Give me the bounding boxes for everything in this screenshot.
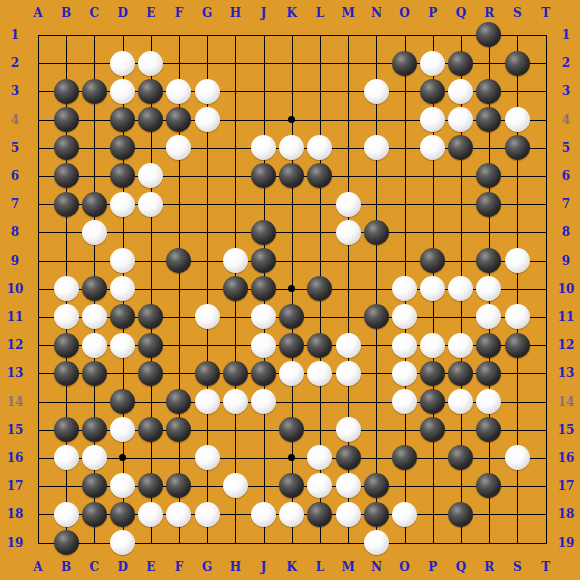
intersection-D14[interactable] [108,387,136,415]
intersection-S9[interactable] [503,246,531,274]
intersection-E1[interactable] [137,21,165,49]
intersection-J8[interactable] [249,218,277,246]
intersection-C19[interactable] [80,528,108,556]
intersection-N9[interactable] [362,246,390,274]
intersection-E15[interactable] [137,416,165,444]
intersection-F17[interactable] [165,472,193,500]
intersection-C16[interactable] [80,444,108,472]
intersection-D13[interactable] [108,359,136,387]
intersection-D12[interactable] [108,331,136,359]
intersection-K7[interactable] [278,190,306,218]
intersection-B10[interactable] [52,275,80,303]
intersection-M14[interactable] [334,387,362,415]
intersection-H8[interactable] [221,218,249,246]
intersection-A18[interactable] [24,500,52,528]
intersection-A6[interactable] [24,162,52,190]
intersection-T15[interactable] [531,416,559,444]
intersection-M1[interactable] [334,21,362,49]
intersection-M15[interactable] [334,416,362,444]
intersection-D6[interactable] [108,162,136,190]
intersection-K8[interactable] [278,218,306,246]
intersection-D17[interactable] [108,472,136,500]
intersection-T16[interactable] [531,444,559,472]
intersection-E14[interactable] [137,387,165,415]
intersection-J5[interactable] [249,134,277,162]
intersection-P10[interactable] [419,275,447,303]
intersection-M7[interactable] [334,190,362,218]
intersection-S15[interactable] [503,416,531,444]
intersection-M11[interactable] [334,303,362,331]
intersection-R7[interactable] [475,190,503,218]
intersection-J15[interactable] [249,416,277,444]
intersection-D11[interactable] [108,303,136,331]
intersection-S14[interactable] [503,387,531,415]
intersection-A13[interactable] [24,359,52,387]
intersection-C5[interactable] [80,134,108,162]
intersection-L16[interactable] [306,444,334,472]
intersection-A9[interactable] [24,246,52,274]
intersection-O14[interactable] [390,387,418,415]
intersection-F7[interactable] [165,190,193,218]
intersection-C11[interactable] [80,303,108,331]
intersection-A11[interactable] [24,303,52,331]
intersection-L14[interactable] [306,387,334,415]
intersection-E19[interactable] [137,528,165,556]
intersection-G18[interactable] [193,500,221,528]
intersection-J3[interactable] [249,77,277,105]
intersection-O8[interactable] [390,218,418,246]
intersection-E11[interactable] [137,303,165,331]
intersection-H18[interactable] [221,500,249,528]
intersection-P6[interactable] [419,162,447,190]
intersection-E5[interactable] [137,134,165,162]
intersection-H11[interactable] [221,303,249,331]
intersection-R15[interactable] [475,416,503,444]
intersection-N3[interactable] [362,77,390,105]
intersection-O16[interactable] [390,444,418,472]
intersection-E7[interactable] [137,190,165,218]
intersection-M12[interactable] [334,331,362,359]
intersection-H7[interactable] [221,190,249,218]
intersection-H17[interactable] [221,472,249,500]
intersection-T6[interactable] [531,162,559,190]
intersection-M5[interactable] [334,134,362,162]
intersection-G1[interactable] [193,21,221,49]
intersection-S11[interactable] [503,303,531,331]
intersection-C17[interactable] [80,472,108,500]
intersection-L3[interactable] [306,77,334,105]
intersection-H19[interactable] [221,528,249,556]
intersection-A17[interactable] [24,472,52,500]
intersection-F6[interactable] [165,162,193,190]
intersection-Q4[interactable] [447,105,475,133]
intersection-E9[interactable] [137,246,165,274]
intersection-H1[interactable] [221,21,249,49]
intersection-L6[interactable] [306,162,334,190]
intersection-P2[interactable] [419,49,447,77]
intersection-N2[interactable] [362,49,390,77]
intersection-O12[interactable] [390,331,418,359]
intersection-Q2[interactable] [447,49,475,77]
intersection-F19[interactable] [165,528,193,556]
intersection-B3[interactable] [52,77,80,105]
intersection-C14[interactable] [80,387,108,415]
intersection-G9[interactable] [193,246,221,274]
intersection-G16[interactable] [193,444,221,472]
intersection-S13[interactable] [503,359,531,387]
intersection-T13[interactable] [531,359,559,387]
intersection-O17[interactable] [390,472,418,500]
intersection-B11[interactable] [52,303,80,331]
intersection-Q9[interactable] [447,246,475,274]
intersection-R3[interactable] [475,77,503,105]
intersection-Q8[interactable] [447,218,475,246]
intersection-C9[interactable] [80,246,108,274]
intersection-H6[interactable] [221,162,249,190]
intersection-P3[interactable] [419,77,447,105]
intersection-Q10[interactable] [447,275,475,303]
intersection-S4[interactable] [503,105,531,133]
intersection-J13[interactable] [249,359,277,387]
intersection-G8[interactable] [193,218,221,246]
intersection-R10[interactable] [475,275,503,303]
intersection-N17[interactable] [362,472,390,500]
intersection-N5[interactable] [362,134,390,162]
intersection-N8[interactable] [362,218,390,246]
intersection-S7[interactable] [503,190,531,218]
intersection-Q11[interactable] [447,303,475,331]
intersection-Q3[interactable] [447,77,475,105]
intersection-K9[interactable] [278,246,306,274]
intersection-C18[interactable] [80,500,108,528]
intersection-H16[interactable] [221,444,249,472]
intersection-C3[interactable] [80,77,108,105]
intersection-A10[interactable] [24,275,52,303]
intersection-S18[interactable] [503,500,531,528]
intersection-R19[interactable] [475,528,503,556]
intersection-M9[interactable] [334,246,362,274]
intersection-F5[interactable] [165,134,193,162]
intersection-T3[interactable] [531,77,559,105]
intersection-G2[interactable] [193,49,221,77]
intersection-R5[interactable] [475,134,503,162]
intersection-P5[interactable] [419,134,447,162]
intersection-P4[interactable] [419,105,447,133]
intersection-C8[interactable] [80,218,108,246]
intersection-K18[interactable] [278,500,306,528]
intersection-O11[interactable] [390,303,418,331]
intersection-M18[interactable] [334,500,362,528]
intersection-S3[interactable] [503,77,531,105]
intersection-N15[interactable] [362,416,390,444]
intersection-F9[interactable] [165,246,193,274]
intersection-E12[interactable] [137,331,165,359]
intersection-R13[interactable] [475,359,503,387]
intersection-G4[interactable] [193,105,221,133]
intersection-C15[interactable] [80,416,108,444]
intersection-H2[interactable] [221,49,249,77]
intersection-H3[interactable] [221,77,249,105]
intersection-D18[interactable] [108,500,136,528]
intersection-D9[interactable] [108,246,136,274]
intersection-B4[interactable] [52,105,80,133]
intersection-T2[interactable] [531,49,559,77]
intersection-A12[interactable] [24,331,52,359]
intersection-N6[interactable] [362,162,390,190]
intersection-N16[interactable] [362,444,390,472]
intersection-P17[interactable] [419,472,447,500]
intersection-S17[interactable] [503,472,531,500]
intersection-T14[interactable] [531,387,559,415]
intersection-T7[interactable] [531,190,559,218]
intersection-E16[interactable] [137,444,165,472]
intersection-P14[interactable] [419,387,447,415]
intersection-J7[interactable] [249,190,277,218]
intersection-E13[interactable] [137,359,165,387]
intersection-H15[interactable] [221,416,249,444]
intersection-G13[interactable] [193,359,221,387]
intersection-E8[interactable] [137,218,165,246]
intersection-L4[interactable] [306,105,334,133]
intersection-J10[interactable] [249,275,277,303]
intersection-P9[interactable] [419,246,447,274]
intersection-T10[interactable] [531,275,559,303]
intersection-F14[interactable] [165,387,193,415]
intersection-R18[interactable] [475,500,503,528]
intersection-M17[interactable] [334,472,362,500]
intersection-C1[interactable] [80,21,108,49]
intersection-B8[interactable] [52,218,80,246]
intersection-P11[interactable] [419,303,447,331]
intersection-M8[interactable] [334,218,362,246]
intersection-N7[interactable] [362,190,390,218]
intersection-L17[interactable] [306,472,334,500]
intersection-T8[interactable] [531,218,559,246]
intersection-D15[interactable] [108,416,136,444]
intersection-F16[interactable] [165,444,193,472]
intersection-H4[interactable] [221,105,249,133]
intersection-K19[interactable] [278,528,306,556]
intersection-R4[interactable] [475,105,503,133]
intersection-T5[interactable] [531,134,559,162]
intersection-A19[interactable] [24,528,52,556]
intersection-A15[interactable] [24,416,52,444]
intersection-R16[interactable] [475,444,503,472]
intersection-E4[interactable] [137,105,165,133]
intersection-P8[interactable] [419,218,447,246]
intersection-L1[interactable] [306,21,334,49]
intersection-N19[interactable] [362,528,390,556]
intersection-Q16[interactable] [447,444,475,472]
intersection-L10[interactable] [306,275,334,303]
intersection-A2[interactable] [24,49,52,77]
intersection-B1[interactable] [52,21,80,49]
intersection-T11[interactable] [531,303,559,331]
intersection-G10[interactable] [193,275,221,303]
intersection-D3[interactable] [108,77,136,105]
intersection-A7[interactable] [24,190,52,218]
intersection-J11[interactable] [249,303,277,331]
intersection-B7[interactable] [52,190,80,218]
intersection-K11[interactable] [278,303,306,331]
intersection-G12[interactable] [193,331,221,359]
intersection-L9[interactable] [306,246,334,274]
intersection-T19[interactable] [531,528,559,556]
intersection-D2[interactable] [108,49,136,77]
intersection-B13[interactable] [52,359,80,387]
intersection-J16[interactable] [249,444,277,472]
intersection-M2[interactable] [334,49,362,77]
intersection-J17[interactable] [249,472,277,500]
intersection-Q14[interactable] [447,387,475,415]
intersection-R6[interactable] [475,162,503,190]
intersection-O3[interactable] [390,77,418,105]
intersection-F12[interactable] [165,331,193,359]
intersection-Q7[interactable] [447,190,475,218]
intersection-K15[interactable] [278,416,306,444]
intersection-J19[interactable] [249,528,277,556]
intersection-R1[interactable] [475,21,503,49]
intersection-Q19[interactable] [447,528,475,556]
intersection-R9[interactable] [475,246,503,274]
intersection-E10[interactable] [137,275,165,303]
intersection-L13[interactable] [306,359,334,387]
intersection-F4[interactable] [165,105,193,133]
intersection-T17[interactable] [531,472,559,500]
intersection-E2[interactable] [137,49,165,77]
intersection-D8[interactable] [108,218,136,246]
intersection-T4[interactable] [531,105,559,133]
intersection-B19[interactable] [52,528,80,556]
intersection-R8[interactable] [475,218,503,246]
intersection-M4[interactable] [334,105,362,133]
intersection-O1[interactable] [390,21,418,49]
intersection-G5[interactable] [193,134,221,162]
intersection-N12[interactable] [362,331,390,359]
intersection-N13[interactable] [362,359,390,387]
intersection-K10[interactable] [278,275,306,303]
intersection-K6[interactable] [278,162,306,190]
intersection-S2[interactable] [503,49,531,77]
intersection-L7[interactable] [306,190,334,218]
intersection-H13[interactable] [221,359,249,387]
intersection-G7[interactable] [193,190,221,218]
intersection-D7[interactable] [108,190,136,218]
intersection-F8[interactable] [165,218,193,246]
intersection-H12[interactable] [221,331,249,359]
intersection-A4[interactable] [24,105,52,133]
intersection-M10[interactable] [334,275,362,303]
intersection-L8[interactable] [306,218,334,246]
intersection-J2[interactable] [249,49,277,77]
intersection-S8[interactable] [503,218,531,246]
intersection-J18[interactable] [249,500,277,528]
intersection-P13[interactable] [419,359,447,387]
intersection-D4[interactable] [108,105,136,133]
intersection-C4[interactable] [80,105,108,133]
intersection-G19[interactable] [193,528,221,556]
intersection-L15[interactable] [306,416,334,444]
intersection-K1[interactable] [278,21,306,49]
intersection-R2[interactable] [475,49,503,77]
intersection-Q12[interactable] [447,331,475,359]
intersection-K14[interactable] [278,387,306,415]
intersection-O15[interactable] [390,416,418,444]
intersection-N1[interactable] [362,21,390,49]
intersection-G17[interactable] [193,472,221,500]
intersection-C6[interactable] [80,162,108,190]
intersection-F3[interactable] [165,77,193,105]
intersection-R14[interactable] [475,387,503,415]
intersection-D10[interactable] [108,275,136,303]
intersection-B5[interactable] [52,134,80,162]
intersection-M19[interactable] [334,528,362,556]
intersection-H5[interactable] [221,134,249,162]
intersection-Q15[interactable] [447,416,475,444]
intersection-R12[interactable] [475,331,503,359]
intersection-T9[interactable] [531,246,559,274]
intersection-K16[interactable] [278,444,306,472]
intersection-B9[interactable] [52,246,80,274]
intersection-C12[interactable] [80,331,108,359]
intersection-P18[interactable] [419,500,447,528]
intersection-D16[interactable] [108,444,136,472]
intersection-O13[interactable] [390,359,418,387]
intersection-L19[interactable] [306,528,334,556]
intersection-S10[interactable] [503,275,531,303]
intersection-P19[interactable] [419,528,447,556]
intersection-O4[interactable] [390,105,418,133]
intersection-R11[interactable] [475,303,503,331]
intersection-B15[interactable] [52,416,80,444]
intersection-L2[interactable] [306,49,334,77]
intersection-A14[interactable] [24,387,52,415]
intersection-K3[interactable] [278,77,306,105]
intersection-N4[interactable] [362,105,390,133]
intersection-O7[interactable] [390,190,418,218]
intersection-J14[interactable] [249,387,277,415]
intersection-F10[interactable] [165,275,193,303]
intersection-E6[interactable] [137,162,165,190]
intersection-G14[interactable] [193,387,221,415]
intersection-Q17[interactable] [447,472,475,500]
intersection-S6[interactable] [503,162,531,190]
intersection-M16[interactable] [334,444,362,472]
intersection-K5[interactable] [278,134,306,162]
intersection-N14[interactable] [362,387,390,415]
intersection-O2[interactable] [390,49,418,77]
intersection-F2[interactable] [165,49,193,77]
intersection-K2[interactable] [278,49,306,77]
intersection-H10[interactable] [221,275,249,303]
intersection-B6[interactable] [52,162,80,190]
intersection-D19[interactable] [108,528,136,556]
intersection-K13[interactable] [278,359,306,387]
intersection-G3[interactable] [193,77,221,105]
intersection-S12[interactable] [503,331,531,359]
intersection-O19[interactable] [390,528,418,556]
intersection-M6[interactable] [334,162,362,190]
intersection-O5[interactable] [390,134,418,162]
intersection-B16[interactable] [52,444,80,472]
intersection-E18[interactable] [137,500,165,528]
intersection-K17[interactable] [278,472,306,500]
intersection-A1[interactable] [24,21,52,49]
intersection-Q18[interactable] [447,500,475,528]
intersection-T18[interactable] [531,500,559,528]
intersection-K12[interactable] [278,331,306,359]
intersection-A5[interactable] [24,134,52,162]
